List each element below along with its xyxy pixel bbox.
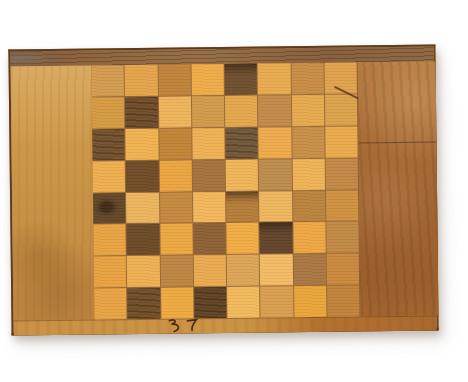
square-r3c7-dark [292, 127, 325, 158]
square-r5c2-light [126, 192, 159, 223]
square-r4c8-dark [325, 158, 358, 189]
checker-grid [92, 62, 361, 319]
square-r7c7-dark [293, 254, 326, 285]
square-r2c7-light [291, 95, 324, 126]
square-r5c4-light [193, 191, 226, 222]
square-r8c5-light [227, 287, 260, 318]
chessboard [8, 45, 438, 336]
square-r2c5-light [225, 95, 258, 126]
square-r7c8-light [326, 254, 359, 285]
square-r6c2-dark [127, 224, 160, 255]
square-r3c1-dark [92, 129, 125, 160]
square-r6c8-dark [326, 222, 359, 253]
scuff-mark [163, 317, 201, 332]
square-r6c1-light [93, 224, 126, 255]
square-r1c2-light [125, 65, 158, 96]
square-r2c4-dark [192, 96, 225, 127]
square-r3c6-light [259, 127, 292, 158]
square-r6c3-light [160, 224, 193, 255]
square-r8c7-light [294, 286, 327, 317]
square-r3c8-light [325, 126, 358, 157]
square-r4c1-light [93, 161, 126, 192]
square-r4c4-dark [192, 160, 225, 191]
square-r6c7-light [293, 222, 326, 253]
square-r4c6-dark [259, 159, 292, 190]
square-r7c1-dark [94, 256, 127, 287]
square-r1c3-dark [158, 64, 191, 95]
square-r8c2-dark [127, 288, 160, 319]
square-r4c7-light [292, 158, 325, 189]
square-r6c4-dark [193, 223, 226, 254]
square-r8c1-light [94, 288, 127, 319]
square-r7c3-dark [160, 256, 193, 287]
square-r4c5-light [226, 159, 259, 190]
square-r1c7-dark [291, 63, 324, 94]
square-r5c8-light [326, 190, 359, 221]
square-r7c6-light [260, 254, 293, 285]
square-r5c7-dark [293, 190, 326, 221]
square-r7c2-light [127, 256, 160, 287]
square-r2c6-dark [258, 95, 291, 126]
square-r3c4-light [192, 128, 225, 159]
square-r8c8-dark [327, 286, 360, 317]
board-frame-left [11, 65, 95, 320]
square-r5c6-light [259, 191, 292, 222]
square-r7c4-light [193, 255, 226, 286]
square-r4c3-light [159, 160, 192, 191]
square-r1c4-light [191, 64, 224, 95]
square-r4c2-dark [126, 160, 159, 191]
square-r8c3-light [161, 287, 194, 318]
square-r1c5-dark [225, 64, 258, 95]
square-r6c6-dark [260, 223, 293, 254]
square-r3c3-dark [159, 128, 192, 159]
square-r5c3-dark [160, 192, 193, 223]
square-r2c3-light [158, 96, 191, 127]
square-r5c1-dark [93, 193, 126, 224]
photo-background [0, 0, 468, 382]
square-r8c6-dark [260, 286, 293, 317]
square-r7c5-dark [227, 255, 260, 286]
square-r1c6-light [258, 63, 291, 94]
square-r2c8-dark [325, 94, 358, 125]
square-r3c2-light [126, 128, 159, 159]
square-r2c1-light [92, 97, 125, 128]
square-r3c5-dark [225, 127, 258, 158]
square-r5c5-dark [226, 191, 259, 222]
square-r6c5-light [226, 223, 259, 254]
square-r8c4-dark [194, 287, 227, 318]
board-frame-right [358, 62, 439, 317]
square-r2c2-dark [125, 97, 158, 128]
square-r1c1-dark [92, 65, 125, 96]
